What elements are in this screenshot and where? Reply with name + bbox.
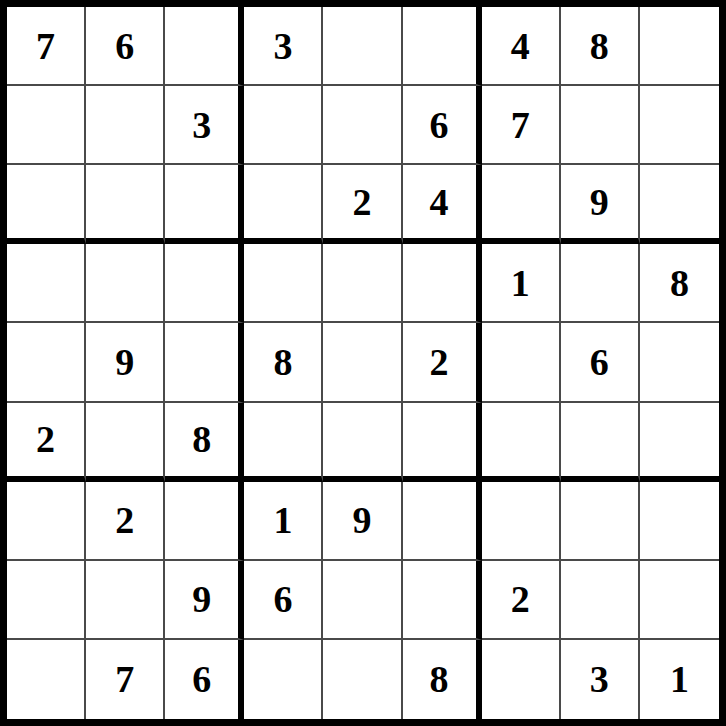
cell-r2c1[interactable] — [7, 86, 86, 165]
cell-r8c1[interactable] — [7, 561, 86, 640]
cell-r2c2[interactable] — [86, 86, 165, 165]
given-digit: 1 — [273, 501, 292, 539]
given-digit: 9 — [115, 343, 134, 381]
given-digit: 7 — [511, 106, 530, 144]
given-digit: 1 — [670, 660, 689, 698]
cell-r3c2[interactable] — [86, 165, 165, 244]
cell-r2c4[interactable] — [244, 86, 323, 165]
given-digit: 4 — [430, 183, 449, 221]
given-digit: 2 — [352, 183, 371, 221]
cell-r1c5[interactable] — [323, 7, 402, 86]
given-digit: 8 — [590, 27, 609, 65]
cell-r5c3[interactable] — [165, 323, 244, 402]
cell-r1c3[interactable] — [165, 7, 244, 86]
cell-r8c2[interactable] — [86, 561, 165, 640]
given-digit: 9 — [590, 183, 609, 221]
cell-r3c4[interactable] — [244, 165, 323, 244]
given-digit: 8 — [192, 420, 211, 458]
cell-r9c6[interactable]: 8 — [403, 640, 482, 719]
cell-r5c5[interactable] — [323, 323, 402, 402]
cell-r4c4[interactable] — [244, 244, 323, 323]
cell-r3c1[interactable] — [7, 165, 86, 244]
cell-r7c3[interactable] — [165, 482, 244, 561]
cell-r1c8[interactable]: 8 — [561, 7, 640, 86]
cell-r6c6[interactable] — [403, 403, 482, 482]
cell-r3c5[interactable]: 2 — [323, 165, 402, 244]
cell-r7c2[interactable]: 2 — [86, 482, 165, 561]
cell-r4c1[interactable] — [7, 244, 86, 323]
cell-r6c4[interactable] — [244, 403, 323, 482]
cell-r1c6[interactable] — [403, 7, 482, 86]
cell-r4c6[interactable] — [403, 244, 482, 323]
given-digit: 9 — [192, 580, 211, 618]
cell-r4c7[interactable]: 1 — [482, 244, 561, 323]
cell-r6c8[interactable] — [561, 403, 640, 482]
cell-r4c2[interactable] — [86, 244, 165, 323]
given-digit: 4 — [511, 27, 530, 65]
cell-r2c8[interactable] — [561, 86, 640, 165]
cell-r6c1[interactable]: 2 — [7, 403, 86, 482]
given-digit: 6 — [192, 660, 211, 698]
cell-r9c3[interactable]: 6 — [165, 640, 244, 719]
cell-r4c8[interactable] — [561, 244, 640, 323]
cell-r1c1[interactable]: 7 — [7, 7, 86, 86]
cell-r1c4[interactable]: 3 — [244, 7, 323, 86]
given-digit: 3 — [273, 27, 292, 65]
cell-r6c2[interactable] — [86, 403, 165, 482]
cell-r3c9[interactable] — [640, 165, 719, 244]
cell-r9c4[interactable] — [244, 640, 323, 719]
cell-r7c6[interactable] — [403, 482, 482, 561]
cell-r8c7[interactable]: 2 — [482, 561, 561, 640]
given-digit: 6 — [115, 27, 134, 65]
cell-r9c2[interactable]: 7 — [86, 640, 165, 719]
cell-r6c7[interactable] — [482, 403, 561, 482]
cell-r5c1[interactable] — [7, 323, 86, 402]
given-digit: 2 — [36, 420, 55, 458]
cell-r7c9[interactable] — [640, 482, 719, 561]
cell-r6c3[interactable]: 8 — [165, 403, 244, 482]
given-digit: 2 — [511, 580, 530, 618]
cell-r4c5[interactable] — [323, 244, 402, 323]
cell-r5c2[interactable]: 9 — [86, 323, 165, 402]
cell-r8c6[interactable] — [403, 561, 482, 640]
cell-r7c4[interactable]: 1 — [244, 482, 323, 561]
given-digit: 6 — [273, 580, 292, 618]
cell-r8c4[interactable]: 6 — [244, 561, 323, 640]
given-digit: 7 — [36, 27, 55, 65]
cell-r1c7[interactable]: 4 — [482, 7, 561, 86]
given-digit: 6 — [430, 106, 449, 144]
cell-r2c3[interactable]: 3 — [165, 86, 244, 165]
cell-r9c7[interactable] — [482, 640, 561, 719]
given-digit: 9 — [352, 501, 371, 539]
cell-r3c6[interactable]: 4 — [403, 165, 482, 244]
cell-r2c6[interactable]: 6 — [403, 86, 482, 165]
cell-r9c5[interactable] — [323, 640, 402, 719]
cell-r5c6[interactable]: 2 — [403, 323, 482, 402]
cell-r3c3[interactable] — [165, 165, 244, 244]
cell-r5c9[interactable] — [640, 323, 719, 402]
cell-r9c9[interactable]: 1 — [640, 640, 719, 719]
cell-r3c8[interactable]: 9 — [561, 165, 640, 244]
cell-r1c9[interactable] — [640, 7, 719, 86]
cell-r6c5[interactable] — [323, 403, 402, 482]
cell-r7c7[interactable] — [482, 482, 561, 561]
cell-r8c9[interactable] — [640, 561, 719, 640]
given-digit: 3 — [590, 660, 609, 698]
given-digit: 8 — [273, 343, 292, 381]
cell-r9c8[interactable]: 3 — [561, 640, 640, 719]
cell-r7c5[interactable]: 9 — [323, 482, 402, 561]
cell-r8c3[interactable]: 9 — [165, 561, 244, 640]
given-digit: 2 — [430, 343, 449, 381]
cell-r4c9[interactable]: 8 — [640, 244, 719, 323]
cell-r5c4[interactable]: 8 — [244, 323, 323, 402]
cell-r8c5[interactable] — [323, 561, 402, 640]
given-digit: 8 — [670, 264, 689, 302]
given-digit: 1 — [511, 264, 530, 302]
given-digit: 6 — [590, 343, 609, 381]
cell-r9c1[interactable] — [7, 640, 86, 719]
sudoku-board: 763483672491898262821996276831 — [0, 0, 726, 726]
cell-r2c9[interactable] — [640, 86, 719, 165]
cell-r7c8[interactable] — [561, 482, 640, 561]
given-digit: 8 — [430, 660, 449, 698]
given-digit: 3 — [192, 106, 211, 144]
cell-r5c8[interactable]: 6 — [561, 323, 640, 402]
cell-r6c9[interactable] — [640, 403, 719, 482]
cell-r7c1[interactable] — [7, 482, 86, 561]
cell-r2c7[interactable]: 7 — [482, 86, 561, 165]
cell-r8c8[interactable] — [561, 561, 640, 640]
cell-r2c5[interactable] — [323, 86, 402, 165]
given-digit: 7 — [115, 660, 134, 698]
cell-r1c2[interactable]: 6 — [86, 7, 165, 86]
given-digit: 2 — [115, 501, 134, 539]
cell-r3c7[interactable] — [482, 165, 561, 244]
cell-r5c7[interactable] — [482, 323, 561, 402]
cell-r4c3[interactable] — [165, 244, 244, 323]
